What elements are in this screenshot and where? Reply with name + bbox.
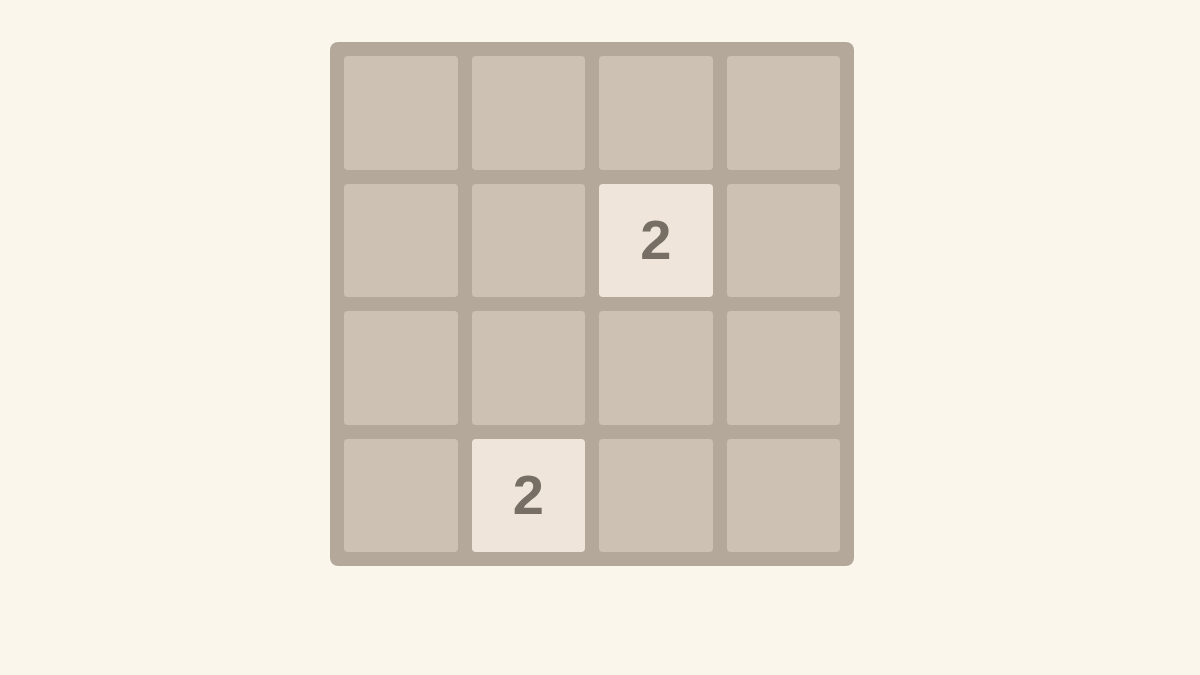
empty-cell-r0c1 [472,56,586,170]
empty-cell-r3c0 [344,439,458,553]
empty-cell-r1c1 [472,184,586,298]
empty-cell-r2c0 [344,311,458,425]
empty-cell-r1c3 [727,184,841,298]
tile-2-r1c2: 2 [599,184,713,298]
empty-cell-r3c2 [599,439,713,553]
empty-cell-r1c0 [344,184,458,298]
empty-cell-r0c2 [599,56,713,170]
empty-cell-r2c3 [727,311,841,425]
empty-cell-r2c1 [472,311,586,425]
empty-cell-r0c3 [727,56,841,170]
tile-2-r3c1: 2 [472,439,586,553]
empty-cell-r2c2 [599,311,713,425]
empty-cell-r3c3 [727,439,841,553]
empty-cell-r0c0 [344,56,458,170]
game-board-2048[interactable]: 22 [330,42,854,566]
